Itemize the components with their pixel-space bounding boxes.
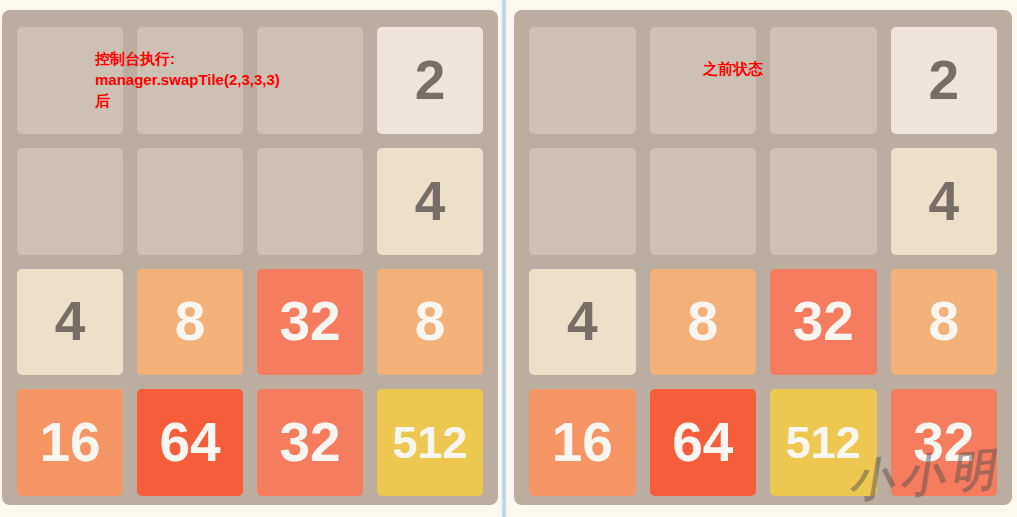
empty-cell [17,148,123,255]
tile-64: 64 [137,389,243,496]
tile-32: 32 [770,269,877,376]
tile-2: 2 [377,27,483,134]
tile-8: 8 [891,269,998,376]
tile-32: 32 [257,389,363,496]
vertical-divider-line [501,0,507,517]
empty-cell [137,148,243,255]
tile-4: 4 [529,269,636,376]
empty-cell [770,27,877,134]
annotation-after-swap: 控制台执行: manager.swapTile(2,3,3,3) 后 [95,48,280,111]
tile-4: 4 [17,269,123,376]
tile-16: 16 [17,389,123,496]
empty-cell [650,27,757,134]
empty-cell [770,148,877,255]
tile-2: 2 [891,27,998,134]
page: 2448328166432512 2448328166451232 控制台执行:… [0,0,1017,517]
board-before-state: 2448328166451232 [514,10,1012,505]
empty-cell [529,27,636,134]
tile-8: 8 [650,269,757,376]
tile-512: 512 [770,389,877,496]
empty-cell [529,148,636,255]
empty-cell [650,148,757,255]
tile-4: 4 [377,148,483,255]
tile-512: 512 [377,389,483,496]
tile-8: 8 [377,269,483,376]
tile-8: 8 [137,269,243,376]
tile-4: 4 [891,148,998,255]
empty-cell [257,148,363,255]
tile-16: 16 [529,389,636,496]
tile-64: 64 [650,389,757,496]
tile-32: 32 [891,389,998,496]
tile-32: 32 [257,269,363,376]
annotation-before-state: 之前状态 [703,58,763,79]
